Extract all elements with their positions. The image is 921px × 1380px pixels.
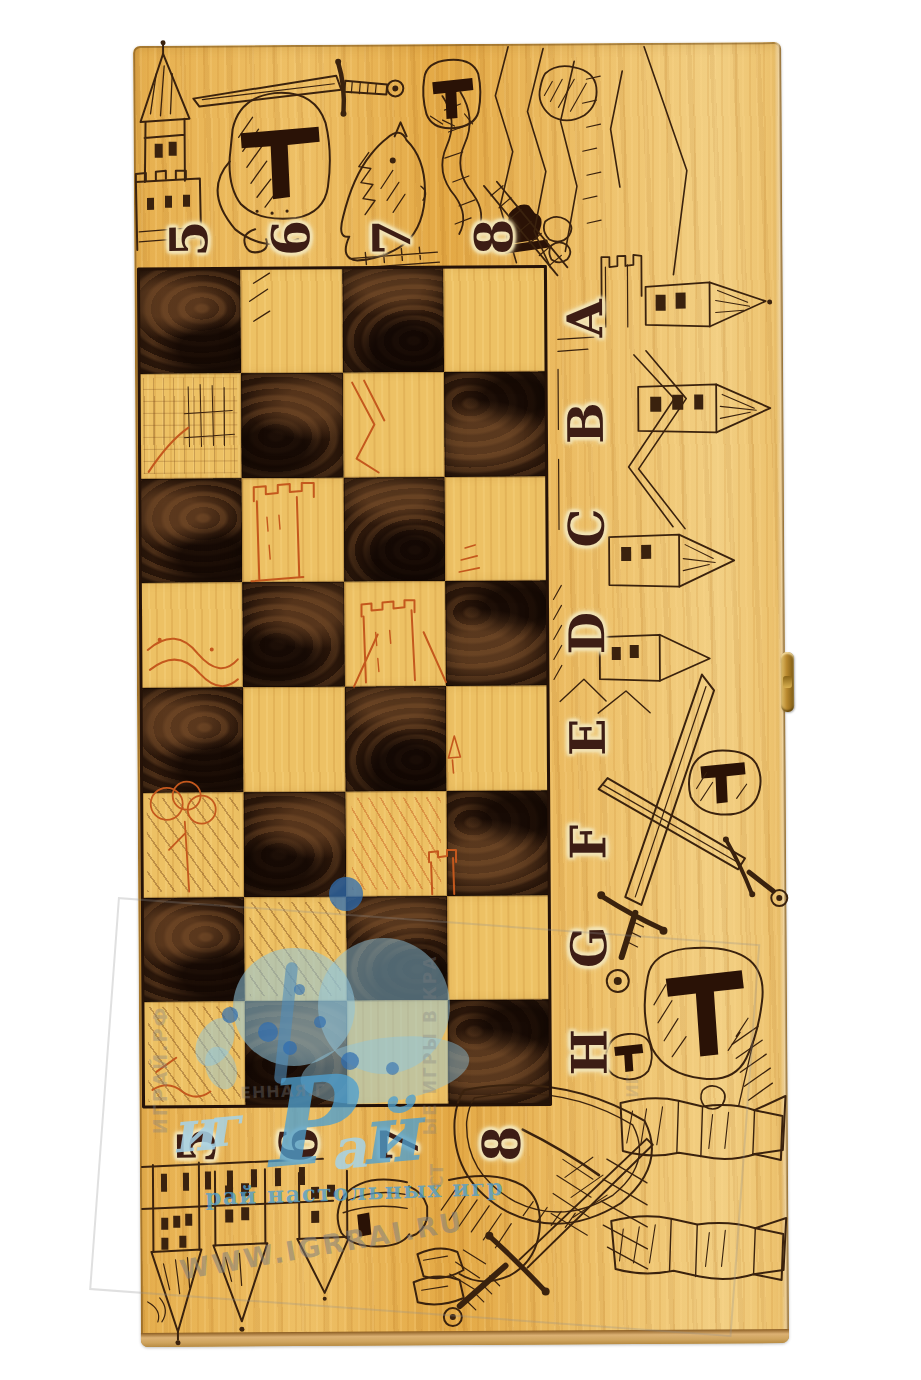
square-F6 — [243, 791, 345, 896]
square-B6 — [241, 372, 343, 477]
square-C6 — [241, 477, 343, 582]
square-G6 — [244, 896, 346, 1001]
square-A6 — [240, 268, 342, 373]
square-D7 — [344, 581, 446, 686]
product-photo-chess-box: 56785678ABCDEFGH и г Р а й рай настольны… — [0, 0, 921, 1380]
chessboard-half-grid — [138, 266, 550, 1106]
square-G7 — [346, 896, 448, 1001]
square-C8 — [445, 476, 547, 581]
square-D8 — [446, 581, 548, 686]
square-F7 — [345, 791, 447, 896]
square-D6 — [242, 582, 344, 687]
square-A8 — [444, 266, 546, 371]
square-H8 — [448, 1000, 550, 1105]
square-C7 — [343, 477, 445, 582]
square-E8 — [446, 685, 548, 790]
square-H6 — [245, 1001, 347, 1106]
square-A5 — [138, 268, 240, 373]
square-B7 — [343, 372, 445, 477]
board-photo: 56785678ABCDEFGH — [0, 0, 921, 1380]
square-D5 — [140, 583, 242, 688]
square-H5 — [143, 1002, 245, 1107]
square-B5 — [139, 373, 241, 478]
square-E7 — [344, 686, 446, 791]
square-C5 — [140, 478, 242, 583]
box-bottom-rim — [141, 1329, 789, 1347]
square-F5 — [142, 792, 244, 897]
square-E5 — [141, 687, 243, 792]
square-A7 — [342, 267, 444, 372]
square-H7 — [346, 1000, 448, 1105]
chess-box-lid — [133, 42, 789, 1347]
square-G8 — [448, 895, 550, 1000]
square-F8 — [447, 790, 549, 895]
brass-latch — [781, 652, 794, 712]
square-B8 — [444, 371, 546, 476]
square-E6 — [243, 687, 345, 792]
square-G5 — [142, 897, 244, 1002]
